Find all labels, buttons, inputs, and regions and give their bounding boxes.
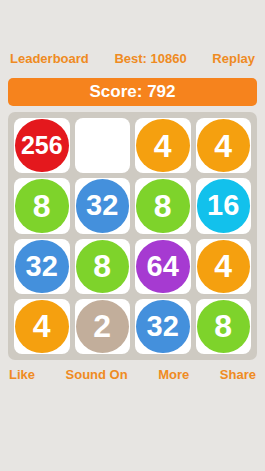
board-cell: 16 [196,178,252,233]
tile-256: 256 [15,119,69,172]
leaderboard-button[interactable]: Leaderboard [10,51,89,66]
tile-value: 64 [147,252,179,281]
board-cell: 32 [135,299,191,354]
tile-value: 8 [214,310,232,342]
replay-button[interactable]: Replay [212,51,255,66]
tile-value: 8 [33,190,51,222]
tile-4: 4 [197,119,251,172]
share-button[interactable]: Share [220,367,256,382]
tile-16: 16 [197,179,251,232]
board-cell: 32 [14,239,70,294]
tile-value: 32 [26,252,58,281]
tile-64: 64 [136,240,190,293]
board-cell: 8 [14,178,70,233]
tile-4: 4 [15,300,69,353]
score-label: Score: 792 [90,82,176,102]
board-cell: 2 [75,299,131,354]
board-cell-empty [75,118,131,173]
tile-32: 32 [15,240,69,293]
sound-toggle-button[interactable]: Sound On [66,367,128,382]
tile-value: 16 [207,191,239,220]
best-score-label: Best: 10860 [114,51,186,66]
tile-value: 256 [21,133,63,158]
tile-value: 8 [93,250,111,282]
tile-32: 32 [76,179,130,232]
tile-2: 2 [76,300,130,353]
tile-value: 32 [147,312,179,341]
tile-value: 4 [33,310,51,342]
tile-value: 2 [93,310,111,342]
tile-8: 8 [197,300,251,353]
board-cell: 8 [135,178,191,233]
tile-value: 4 [214,130,232,162]
board-cell: 4 [135,118,191,173]
tile-32: 32 [136,300,190,353]
score-banner: Score: 792 [8,78,257,106]
top-bar: Leaderboard Best: 10860 Replay [0,51,265,66]
tile-value: 4 [154,130,172,162]
more-button[interactable]: More [158,367,189,382]
tile-4: 4 [197,240,251,293]
tile-8: 8 [136,179,190,232]
tile-8: 8 [76,240,130,293]
tile-value: 8 [154,190,172,222]
board-cell: 4 [196,118,252,173]
tile-value: 32 [86,191,118,220]
board-cell: 8 [196,299,252,354]
board[interactable]: 2564483281632864442328 [8,112,257,360]
board-cell: 8 [75,239,131,294]
tile-4: 4 [136,119,190,172]
bottom-bar: Like Sound On More Share [0,367,265,382]
board-cell: 4 [196,239,252,294]
board-cell: 32 [75,178,131,233]
like-button[interactable]: Like [9,367,35,382]
tile-value: 4 [214,250,232,282]
board-cell: 64 [135,239,191,294]
board-cell: 4 [14,299,70,354]
tile-8: 8 [15,179,69,232]
board-cell: 256 [14,118,70,173]
